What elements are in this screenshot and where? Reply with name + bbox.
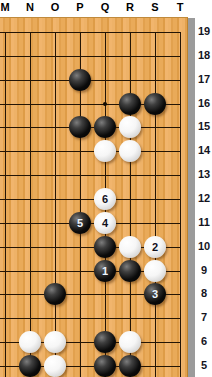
- row-label-10: 10: [196, 239, 212, 254]
- stone-white-Q12: 6: [94, 188, 116, 210]
- stone-white-Q14: [94, 140, 116, 162]
- grid-line-row-18: [0, 56, 181, 57]
- stone-black-P17: [69, 69, 91, 91]
- stone-black-Q9: 1: [94, 260, 116, 282]
- row-label-16: 16: [196, 96, 212, 111]
- move-number-1: 1: [102, 266, 108, 277]
- row-label-12: 12: [196, 191, 212, 206]
- grid-line-row-12: [0, 199, 181, 200]
- grid-line-row-14: [0, 151, 181, 152]
- grid-line-row-13: [0, 175, 181, 176]
- row-label-8: 8: [196, 286, 212, 301]
- row-label-7: 7: [196, 310, 212, 325]
- stone-black-P11: 5: [69, 212, 91, 234]
- grid-line-col-S: [155, 32, 156, 377]
- column-label-M: M: [0, 0, 13, 15]
- grid-line-col-R: [130, 32, 131, 377]
- grid-line-col-N: [30, 32, 31, 377]
- stone-black-Q15: [94, 116, 116, 138]
- go-diagram: MNOPQRST 1918171615141312111098765 65421…: [0, 0, 212, 377]
- column-label-S: S: [147, 0, 163, 15]
- stone-white-O6: [44, 331, 66, 353]
- stone-black-R5: [119, 355, 141, 377]
- stone-black-O8: [44, 283, 66, 305]
- stone-black-R9: [119, 260, 141, 282]
- move-number-4: 4: [102, 218, 108, 229]
- row-label-17: 17: [196, 72, 212, 87]
- stone-white-N6: [19, 331, 41, 353]
- stone-black-S16: [144, 93, 166, 115]
- stone-black-S8: 3: [144, 283, 166, 305]
- column-label-T: T: [172, 0, 188, 15]
- stone-white-Q11: 4: [94, 212, 116, 234]
- row-label-9: 9: [196, 263, 212, 278]
- stone-black-Q5: [94, 355, 116, 377]
- column-label-Q: Q: [97, 0, 113, 15]
- stone-white-R14: [119, 140, 141, 162]
- stone-black-Q10: [94, 236, 116, 258]
- move-number-3: 3: [152, 289, 158, 300]
- grid-line-col-O: [55, 32, 56, 377]
- row-label-15: 15: [196, 119, 212, 134]
- stone-white-S10: 2: [144, 236, 166, 258]
- row-label-14: 14: [196, 143, 212, 158]
- stone-white-S9: [144, 260, 166, 282]
- stone-white-O5: [44, 355, 66, 377]
- stone-black-N5: [19, 355, 41, 377]
- stone-black-P15: [69, 116, 91, 138]
- grid-line-col-T: [180, 32, 181, 377]
- star-point-Q16: [103, 102, 107, 106]
- row-label-11: 11: [196, 215, 212, 230]
- stone-white-R10: [119, 236, 141, 258]
- column-label-N: N: [22, 0, 38, 15]
- move-number-5: 5: [77, 218, 83, 229]
- grid-line-row-7: [0, 318, 181, 319]
- row-label-18: 18: [196, 48, 212, 63]
- stone-white-R15: [119, 116, 141, 138]
- column-label-R: R: [122, 0, 138, 15]
- row-label-6: 6: [196, 334, 212, 349]
- grid-line-row-19: [0, 32, 181, 33]
- stone-black-R16: [119, 93, 141, 115]
- move-number-6: 6: [102, 194, 108, 205]
- grid-line-col-M: [5, 32, 6, 377]
- row-label-13: 13: [196, 167, 212, 182]
- column-label-P: P: [72, 0, 88, 15]
- stone-white-R6: [119, 331, 141, 353]
- stone-black-Q6: [94, 331, 116, 353]
- row-label-5: 5: [196, 358, 212, 373]
- column-label-O: O: [47, 0, 63, 15]
- row-label-19: 19: [196, 24, 212, 39]
- move-number-2: 2: [152, 242, 158, 253]
- board-edge-shadow: [188, 18, 195, 377]
